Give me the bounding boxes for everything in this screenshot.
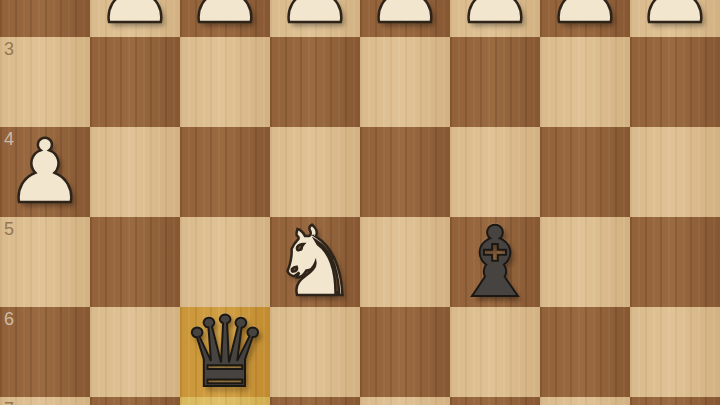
- piece-black-bishop[interactable]: ♝: [450, 217, 540, 307]
- square-h2[interactable]: [0, 0, 90, 37]
- piece-white-pawn[interactable]: ♟: [270, 0, 360, 37]
- square-b2[interactable]: ♟: [540, 0, 630, 37]
- square-b4[interactable]: [540, 127, 630, 217]
- piece-white-pawn[interactable]: ♟: [540, 0, 630, 37]
- square-f5[interactable]: [180, 217, 270, 307]
- square-h3[interactable]: 3: [0, 37, 90, 127]
- square-h7[interactable]: 7: [0, 397, 90, 405]
- square-f4[interactable]: [180, 127, 270, 217]
- square-g2[interactable]: ♟: [90, 0, 180, 37]
- square-d5[interactable]: [360, 217, 450, 307]
- square-a7[interactable]: [630, 397, 720, 405]
- square-d6[interactable]: [360, 307, 450, 397]
- square-a3[interactable]: [630, 37, 720, 127]
- piece-white-pawn[interactable]: ♟: [360, 0, 450, 37]
- square-h4[interactable]: 4♟: [0, 127, 90, 217]
- square-b6[interactable]: [540, 307, 630, 397]
- piece-white-knight[interactable]: ♞: [270, 217, 360, 307]
- square-g4[interactable]: [90, 127, 180, 217]
- square-g5[interactable]: [90, 217, 180, 307]
- square-a5[interactable]: [630, 217, 720, 307]
- square-c7[interactable]: [450, 397, 540, 405]
- square-g6[interactable]: [90, 307, 180, 397]
- square-f7[interactable]: [180, 397, 270, 405]
- square-c5[interactable]: ♝: [450, 217, 540, 307]
- square-b7[interactable]: [540, 397, 630, 405]
- square-a4[interactable]: [630, 127, 720, 217]
- rank-label-5: 5: [4, 219, 14, 239]
- square-d2[interactable]: ♟: [360, 0, 450, 37]
- square-c3[interactable]: [450, 37, 540, 127]
- piece-white-pawn[interactable]: ♟: [0, 127, 90, 217]
- rank-label-7: 7: [4, 399, 14, 405]
- square-d4[interactable]: [360, 127, 450, 217]
- square-h5[interactable]: 5: [0, 217, 90, 307]
- square-a6[interactable]: [630, 307, 720, 397]
- square-e6[interactable]: [270, 307, 360, 397]
- square-e4[interactable]: [270, 127, 360, 217]
- square-h6[interactable]: 6: [0, 307, 90, 397]
- square-e5[interactable]: ♞: [270, 217, 360, 307]
- square-b5[interactable]: [540, 217, 630, 307]
- square-c2[interactable]: ♟: [450, 0, 540, 37]
- square-e2[interactable]: ♟: [270, 0, 360, 37]
- chessboard-screenshot: ♟♟♟♟♟♟♟34♟5♞♝6♛7: [0, 0, 720, 405]
- square-e7[interactable]: [270, 397, 360, 405]
- square-g7[interactable]: [90, 397, 180, 405]
- square-d7[interactable]: [360, 397, 450, 405]
- square-b3[interactable]: [540, 37, 630, 127]
- square-f2[interactable]: ♟: [180, 0, 270, 37]
- piece-white-pawn[interactable]: ♟: [90, 0, 180, 37]
- square-f6[interactable]: ♛: [180, 307, 270, 397]
- piece-white-pawn[interactable]: ♟: [450, 0, 540, 37]
- square-a2[interactable]: ♟: [630, 0, 720, 37]
- rank-label-6: 6: [4, 309, 14, 329]
- square-c6[interactable]: [450, 307, 540, 397]
- piece-white-pawn[interactable]: ♟: [180, 0, 270, 37]
- chess-board: ♟♟♟♟♟♟♟34♟5♞♝6♛7: [0, 0, 720, 405]
- rank-label-3: 3: [4, 39, 14, 59]
- square-f3[interactable]: [180, 37, 270, 127]
- square-c4[interactable]: [450, 127, 540, 217]
- piece-black-queen[interactable]: ♛: [180, 307, 270, 397]
- square-e3[interactable]: [270, 37, 360, 127]
- piece-white-pawn[interactable]: ♟: [630, 0, 720, 37]
- square-g3[interactable]: [90, 37, 180, 127]
- square-d3[interactable]: [360, 37, 450, 127]
